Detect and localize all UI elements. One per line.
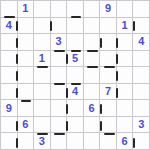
adjacency-mark-vertical [16, 121, 18, 131]
given-digit: 4 [6, 20, 12, 31]
adjacency-mark-vertical [116, 71, 118, 81]
cell-r2-c0[interactable] [1, 34, 18, 51]
adjacency-mark-horizontal [21, 100, 32, 102]
cell-r3-c6[interactable] [100, 51, 117, 68]
given-digit: 3 [39, 136, 45, 147]
cell-r6-c5[interactable]: 6 [84, 100, 101, 117]
cell-r3-c1[interactable] [18, 51, 35, 68]
cell-r7-c1[interactable]: 6 [18, 117, 35, 134]
cell-r5-c4[interactable]: 4 [67, 84, 84, 101]
cell-r1-c8[interactable] [133, 18, 150, 35]
given-digit: 1 [39, 53, 45, 64]
adjacency-mark-horizontal [4, 16, 15, 18]
adjacency-mark-vertical [16, 21, 18, 31]
cell-r6-c4[interactable] [67, 100, 84, 117]
cell-r8-c2[interactable]: 3 [34, 133, 51, 150]
adjacency-mark-vertical [66, 88, 68, 98]
cell-r6-c6[interactable] [100, 100, 117, 117]
cell-r4-c1[interactable] [18, 67, 35, 84]
cell-r0-c1[interactable]: 1 [18, 1, 35, 18]
cell-r0-c0[interactable] [1, 1, 18, 18]
cell-r2-c7[interactable] [117, 34, 134, 51]
cell-r8-c3[interactable] [51, 133, 68, 150]
cell-r7-c7[interactable] [117, 117, 134, 134]
cell-r0-c4[interactable] [67, 1, 84, 18]
given-digit: 1 [22, 3, 28, 14]
adjacency-mark-vertical [16, 138, 18, 148]
adjacency-mark-vertical [16, 54, 18, 64]
cell-r8-c8[interactable] [133, 133, 150, 150]
cell-r1-c6[interactable] [100, 18, 117, 35]
cell-r5-c8[interactable] [133, 84, 150, 101]
cell-r7-c2[interactable] [34, 117, 51, 134]
cell-r3-c2[interactable]: 1 [34, 51, 51, 68]
adjacency-mark-horizontal [37, 133, 48, 135]
cell-r0-c2[interactable] [34, 1, 51, 18]
cell-r4-c6[interactable] [100, 67, 117, 84]
given-digit: 9 [105, 3, 111, 14]
cell-r4-c5[interactable] [84, 67, 101, 84]
cell-r1-c5[interactable] [84, 18, 101, 35]
cell-r5-c5[interactable] [84, 84, 101, 101]
given-digit: 6 [122, 136, 128, 147]
adjacency-mark-vertical [66, 104, 68, 114]
adjacency-mark-horizontal [104, 133, 115, 135]
cell-r8-c1[interactable] [18, 133, 35, 150]
cell-r2-c1[interactable] [18, 34, 35, 51]
cell-r7-c8[interactable]: 3 [133, 117, 150, 134]
cell-r6-c8[interactable] [133, 100, 150, 117]
cell-r4-c0[interactable] [1, 67, 18, 84]
cell-r0-c7[interactable] [117, 1, 134, 18]
cell-r0-c5[interactable] [84, 1, 101, 18]
cell-r8-c5[interactable] [84, 133, 101, 150]
adjacency-mark-vertical [133, 138, 135, 148]
cell-r5-c6[interactable]: 7 [100, 84, 117, 101]
cell-r2-c6[interactable] [100, 34, 117, 51]
given-digit: 9 [6, 103, 12, 114]
given-digit: 3 [55, 36, 61, 47]
cell-r0-c3[interactable] [51, 1, 68, 18]
adjacency-mark-vertical [50, 21, 52, 31]
cell-r6-c3[interactable] [51, 100, 68, 117]
cell-r3-c3[interactable] [51, 51, 68, 68]
cell-r4-c3[interactable] [51, 67, 68, 84]
adjacency-mark-vertical [116, 54, 118, 64]
cell-r8-c6[interactable] [100, 133, 117, 150]
adjacency-mark-vertical [16, 71, 18, 81]
cell-r4-c8[interactable] [133, 67, 150, 84]
cell-r3-c8[interactable] [133, 51, 150, 68]
adjacency-mark-horizontal [54, 133, 65, 135]
adjacency-mark-vertical [100, 38, 102, 48]
cell-r7-c3[interactable] [51, 117, 68, 134]
cell-r5-c0[interactable] [1, 84, 18, 101]
adjacency-mark-vertical [16, 38, 18, 48]
cell-r1-c1[interactable] [18, 18, 35, 35]
cell-r7-c6[interactable] [100, 117, 117, 134]
adjacency-mark-vertical [133, 21, 135, 31]
cell-r3-c5[interactable] [84, 51, 101, 68]
cell-r4-c2[interactable] [34, 67, 51, 84]
cell-r8-c4[interactable] [67, 133, 84, 150]
cell-r2-c2[interactable] [34, 34, 51, 51]
adjacency-mark-horizontal [87, 66, 98, 68]
cell-r3-c7[interactable] [117, 51, 134, 68]
cell-r3-c0[interactable] [1, 51, 18, 68]
cell-r1-c2[interactable] [34, 18, 51, 35]
cell-r1-c3[interactable] [51, 18, 68, 35]
cell-r2-c4[interactable] [67, 34, 84, 51]
cell-r6-c1[interactable] [18, 100, 35, 117]
adjacency-mark-vertical [66, 54, 68, 64]
adjacency-mark-vertical [100, 121, 102, 131]
adjacency-mark-horizontal [71, 50, 82, 52]
cell-r5-c1[interactable] [18, 84, 35, 101]
given-digit: 7 [105, 86, 111, 97]
cell-r6-c7[interactable] [117, 100, 134, 117]
cell-r8-c7[interactable]: 6 [117, 133, 134, 150]
cell-r1-c0[interactable]: 4 [1, 18, 18, 35]
adjacency-mark-vertical [100, 104, 102, 114]
cell-r2-c3[interactable]: 3 [51, 34, 68, 51]
adjacency-mark-vertical [116, 38, 118, 48]
adjacency-mark-horizontal [104, 66, 115, 68]
cell-r5-c3[interactable] [51, 84, 68, 101]
cell-r4-c4[interactable] [67, 67, 84, 84]
cell-r0-c8[interactable] [133, 1, 150, 18]
cell-r2-c8[interactable]: 4 [133, 34, 150, 51]
adjacency-mark-vertical [116, 88, 118, 98]
cell-r7-c4[interactable] [67, 117, 84, 134]
given-digit: 5 [72, 53, 78, 64]
cell-r7-c5[interactable] [84, 117, 101, 134]
cell-r6-c2[interactable] [34, 100, 51, 117]
given-digit: 4 [72, 86, 78, 97]
given-digit: 6 [22, 119, 28, 130]
adjacency-mark-horizontal [54, 50, 65, 52]
cell-r0-c6[interactable]: 9 [100, 1, 117, 18]
cell-r7-c0[interactable] [1, 117, 18, 134]
cell-r4-c7[interactable] [117, 67, 134, 84]
cell-r1-c4[interactable] [67, 18, 84, 35]
adjacency-mark-vertical [66, 121, 68, 131]
puzzle-board[interactable]: 1941341547966336 [0, 0, 150, 150]
given-digit: 3 [138, 119, 144, 130]
adjacency-mark-horizontal [87, 50, 98, 52]
adjacency-mark-vertical [16, 88, 18, 98]
adjacency-mark-horizontal [71, 16, 82, 18]
cell-r3-c4[interactable]: 5 [67, 51, 84, 68]
given-digit: 6 [88, 103, 94, 114]
adjacency-mark-horizontal [54, 83, 65, 85]
cell-r8-c0[interactable] [1, 133, 18, 150]
cell-r2-c5[interactable] [84, 34, 101, 51]
given-digit: 1 [122, 20, 128, 31]
cell-r5-c7[interactable] [117, 84, 134, 101]
given-digit: 4 [138, 36, 144, 47]
cell-r5-c2[interactable] [34, 84, 51, 101]
cell-r6-c0[interactable]: 9 [1, 100, 18, 117]
adjacency-mark-horizontal [71, 83, 82, 85]
adjacency-mark-horizontal [37, 66, 48, 68]
cell-r1-c7[interactable]: 1 [117, 18, 134, 35]
